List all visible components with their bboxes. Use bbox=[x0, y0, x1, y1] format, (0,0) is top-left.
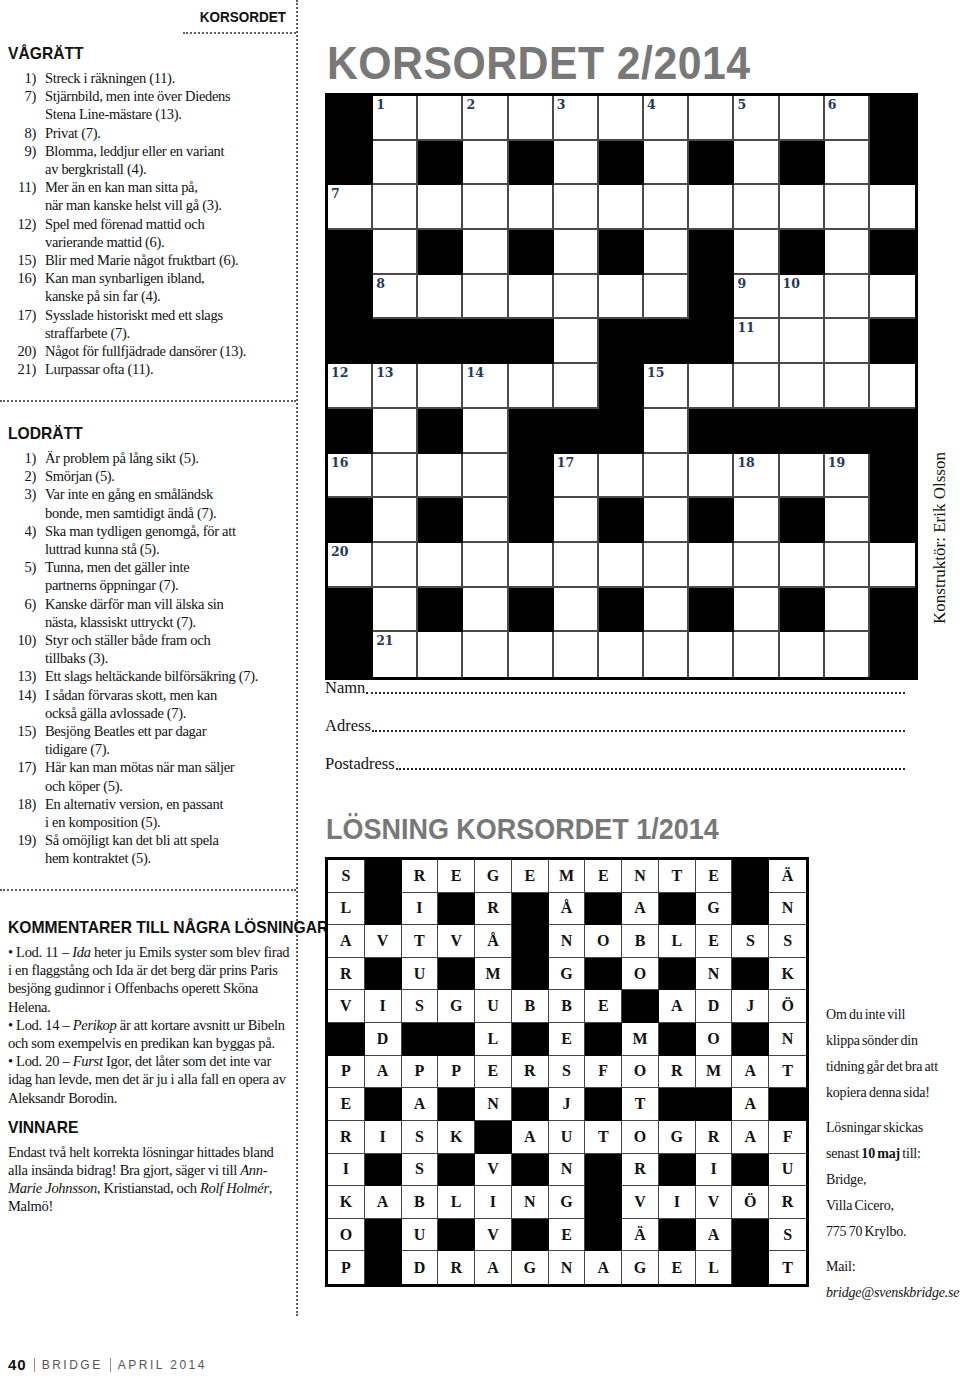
clue-item: 11)Mer än en kan man sitta på,när man ka… bbox=[8, 178, 296, 214]
clue-text: Var inte en gång en småländskbonde, men … bbox=[36, 485, 296, 521]
puzzle-cell[interactable] bbox=[644, 498, 689, 543]
clue-item: 10)Styr och ställer både fram ochtillbak… bbox=[8, 631, 296, 667]
solution-cell: T bbox=[402, 925, 439, 958]
puzzle-cell[interactable] bbox=[825, 543, 870, 588]
puzzle-cell[interactable] bbox=[644, 588, 689, 633]
mailing-instructions: Om du inte villklippa sönder dintidning … bbox=[826, 1002, 960, 1306]
clue-item: 16)Kan man synbarligen ibland,kanske på … bbox=[8, 269, 296, 305]
solution-cell: A bbox=[402, 1088, 439, 1121]
puzzle-cell[interactable] bbox=[463, 275, 508, 320]
footer-divider bbox=[34, 1358, 35, 1372]
block-cell bbox=[689, 141, 734, 186]
block-cell bbox=[689, 275, 734, 320]
puzzle-cell[interactable] bbox=[734, 588, 779, 633]
puzzle-cell[interactable]: 9 bbox=[734, 275, 779, 320]
puzzle-cell[interactable] bbox=[780, 319, 825, 364]
clue-number-label: 18 bbox=[737, 455, 754, 470]
solution-cell: S bbox=[402, 1121, 439, 1154]
puzzle-cell[interactable]: 18 bbox=[734, 454, 779, 499]
address-input-line[interactable] bbox=[372, 730, 905, 732]
block-cell bbox=[402, 1023, 439, 1056]
puzzle-cell[interactable] bbox=[554, 588, 599, 633]
block-cell bbox=[418, 141, 463, 186]
puzzle-cell[interactable]: 15 bbox=[644, 364, 689, 409]
across-heading: VÅGRÄTT bbox=[8, 44, 273, 64]
clue-text: Sysslade historiskt med ett slagsstraffa… bbox=[36, 306, 296, 342]
puzzle-cell[interactable] bbox=[463, 498, 508, 543]
block-cell bbox=[365, 1154, 402, 1187]
solution-cell: V bbox=[622, 1186, 659, 1219]
solution-cell: M bbox=[475, 958, 512, 991]
paragraph: Endast två helt korrekta lösningar hitta… bbox=[8, 1143, 296, 1216]
block-cell bbox=[780, 588, 825, 633]
block-cell bbox=[599, 141, 644, 186]
block-cell bbox=[696, 1088, 733, 1121]
block-cell bbox=[509, 319, 554, 364]
block-cell bbox=[732, 1154, 769, 1187]
puzzle-cell[interactable] bbox=[373, 185, 418, 230]
puzzle-cell[interactable]: 12 bbox=[328, 364, 373, 409]
block-cell bbox=[509, 141, 554, 186]
clue-item: 18)En alternativ version, en passanti en… bbox=[8, 795, 296, 831]
puzzle-cell[interactable] bbox=[463, 185, 508, 230]
clue-number-label: 10 bbox=[783, 276, 800, 291]
block-cell bbox=[554, 409, 599, 454]
puzzle-cell[interactable] bbox=[509, 543, 554, 588]
puzzle-cell[interactable] bbox=[554, 498, 599, 543]
solution-cell: A bbox=[732, 1088, 769, 1121]
block-cell bbox=[585, 958, 622, 991]
clue-text: Kan man synbarligen ibland,kanske på sin… bbox=[36, 269, 296, 305]
solution-cell: L bbox=[328, 893, 365, 926]
block-cell bbox=[328, 275, 373, 320]
solution-cell: A bbox=[328, 925, 365, 958]
puzzle-cell[interactable]: 17 bbox=[554, 454, 599, 499]
mail-note-line: Bridge, bbox=[826, 1167, 960, 1193]
solution-cell: A bbox=[622, 893, 659, 926]
puzzle-cell[interactable] bbox=[825, 319, 870, 364]
postal-field[interactable]: Postadress bbox=[325, 736, 905, 774]
puzzle-cell[interactable] bbox=[373, 141, 418, 186]
puzzle-cell[interactable] bbox=[463, 543, 508, 588]
clue-item: 14)I sådan förvaras skott, men kanockså … bbox=[8, 686, 296, 722]
puzzle-cell[interactable] bbox=[734, 185, 779, 230]
solution-cell: R bbox=[622, 1154, 659, 1187]
puzzle-cell[interactable] bbox=[870, 275, 915, 320]
solution-cell: P bbox=[328, 1056, 365, 1089]
solution-cell: A bbox=[365, 1056, 402, 1089]
clue-number-label: 9 bbox=[737, 276, 746, 291]
clue-item: 5)Tunna, men det gäller intepartnerns öp… bbox=[8, 558, 296, 594]
solution-cell: I bbox=[659, 1186, 696, 1219]
puzzle-cell[interactable]: 2 bbox=[463, 96, 508, 141]
puzzle-cell[interactable] bbox=[418, 543, 463, 588]
block-cell bbox=[870, 454, 915, 499]
solution-cell: B bbox=[402, 1186, 439, 1219]
puzzle-cell[interactable] bbox=[870, 543, 915, 588]
clue-text: Lurpassar ofta (11). bbox=[36, 360, 296, 378]
puzzle-cell[interactable] bbox=[780, 364, 825, 409]
puzzle-cell[interactable] bbox=[463, 409, 508, 454]
solution-cell: J bbox=[732, 990, 769, 1023]
block-cell bbox=[689, 409, 734, 454]
clue-text: Spel med förenad mattid ochvarierande ma… bbox=[36, 215, 296, 251]
solution-cell: Ö bbox=[732, 1186, 769, 1219]
clue-number-label: 16 bbox=[331, 455, 348, 470]
block-cell bbox=[585, 1154, 622, 1187]
puzzle-cell[interactable] bbox=[825, 588, 870, 633]
solution-cell: I bbox=[402, 893, 439, 926]
solution-cell: L bbox=[659, 925, 696, 958]
puzzle-cell[interactable] bbox=[599, 185, 644, 230]
puzzle-cell[interactable] bbox=[780, 454, 825, 499]
puzzle-cell[interactable] bbox=[509, 185, 554, 230]
mail-note-line: kopiera denna sida! bbox=[826, 1080, 960, 1106]
clue-number-label: 20 bbox=[331, 544, 348, 559]
winners-paragraph: Endast två helt korrekta lösningar hitta… bbox=[8, 1143, 296, 1216]
puzzle-cell[interactable]: 13 bbox=[373, 364, 418, 409]
block-cell bbox=[732, 1219, 769, 1252]
comments-heading: KOMMENTARER TILL NÅGRA LÖSNINGAR bbox=[8, 918, 273, 938]
solution-cell: T bbox=[769, 1251, 806, 1284]
puzzle-cell[interactable] bbox=[373, 588, 418, 633]
clue-number: 8) bbox=[8, 124, 36, 142]
postal-input-line[interactable] bbox=[396, 768, 905, 770]
clue-text: Smörjan (5). bbox=[36, 467, 296, 485]
clue-number: 5) bbox=[8, 558, 36, 594]
solution-cell: Ö bbox=[769, 990, 806, 1023]
clue-number-label: 11 bbox=[737, 320, 754, 335]
block-cell bbox=[659, 893, 696, 926]
puzzle-cell[interactable] bbox=[373, 543, 418, 588]
block-cell bbox=[328, 141, 373, 186]
puzzle-cell[interactable]: 5 bbox=[734, 96, 779, 141]
puzzle-cell[interactable] bbox=[734, 498, 779, 543]
clue-item: 4)Ska man tydligen genomgå, för attluttr… bbox=[8, 522, 296, 558]
puzzle-cell[interactable] bbox=[780, 96, 825, 141]
block-cell bbox=[659, 1023, 696, 1056]
solution-cell: A bbox=[659, 990, 696, 1023]
puzzle-cell[interactable] bbox=[825, 364, 870, 409]
clue-number-label: 2 bbox=[466, 97, 475, 112]
solution-cell: E bbox=[549, 1219, 586, 1252]
block-cell bbox=[585, 1219, 622, 1252]
clue-text: En alternativ version, en passanti en ko… bbox=[36, 795, 296, 831]
puzzle-cell[interactable] bbox=[418, 96, 463, 141]
block-cell bbox=[659, 1219, 696, 1252]
solution-cell: M bbox=[696, 1056, 733, 1089]
dotted-rule-mid bbox=[0, 400, 296, 402]
clue-item: 13)Ett slags heltäckande bilförsäkring (… bbox=[8, 667, 296, 685]
puzzle-cell[interactable] bbox=[734, 230, 779, 275]
solution-cell: O bbox=[328, 1219, 365, 1252]
clue-number: 13) bbox=[8, 667, 36, 685]
block-cell bbox=[438, 958, 475, 991]
puzzle-cell[interactable] bbox=[825, 230, 870, 275]
solution-cell: O bbox=[622, 1121, 659, 1154]
puzzle-cell[interactable] bbox=[554, 141, 599, 186]
block-cell bbox=[599, 588, 644, 633]
comments-section: KOMMENTARER TILL NÅGRA LÖSNINGAR • Lod. … bbox=[8, 918, 296, 1216]
solution-cell: E bbox=[438, 860, 475, 893]
puzzle-cell[interactable] bbox=[373, 409, 418, 454]
puzzle-cell[interactable] bbox=[734, 543, 779, 588]
name-label: Namn bbox=[325, 678, 365, 698]
solution-cell: R bbox=[475, 893, 512, 926]
puzzle-cell[interactable] bbox=[554, 543, 599, 588]
puzzle-cell[interactable] bbox=[509, 96, 554, 141]
puzzle-cell[interactable] bbox=[554, 185, 599, 230]
puzzle-cell[interactable] bbox=[554, 319, 599, 364]
block-cell bbox=[365, 958, 402, 991]
block-cell bbox=[438, 1219, 475, 1252]
solution-cell: S bbox=[328, 860, 365, 893]
solution-cell: T bbox=[769, 1056, 806, 1089]
puzzle-cell[interactable] bbox=[689, 364, 734, 409]
clue-number: 4) bbox=[8, 522, 36, 558]
puzzle-cell[interactable]: 3 bbox=[554, 96, 599, 141]
mail-note-line: 775 70 Krylbo. bbox=[826, 1219, 960, 1245]
solution-cell: R bbox=[512, 1056, 549, 1089]
clue-number-label: 7 bbox=[331, 186, 340, 201]
name-field[interactable]: Namn bbox=[325, 660, 905, 698]
solution-cell: N bbox=[512, 1186, 549, 1219]
mail-note-line: Om du inte vill bbox=[826, 1002, 960, 1028]
address-label: Adress bbox=[325, 716, 371, 736]
clue-number: 18) bbox=[8, 795, 36, 831]
block-cell bbox=[509, 454, 554, 499]
name-input-line[interactable] bbox=[366, 692, 905, 694]
across-clues-list: 1)Streck i räkningen (11).7)Stjärnbild, … bbox=[8, 69, 296, 378]
solution-cell: R bbox=[769, 1186, 806, 1219]
solution-cell: U bbox=[402, 1219, 439, 1252]
clue-text: Här kan man mötas när man säljeroch köpe… bbox=[36, 758, 296, 794]
puzzle-cell[interactable]: 11 bbox=[734, 319, 779, 364]
puzzle-cell[interactable] bbox=[463, 141, 508, 186]
clue-item: 17)Här kan man mötas när man säljeroch k… bbox=[8, 758, 296, 794]
puzzle-cell[interactable] bbox=[825, 141, 870, 186]
puzzle-cell[interactable] bbox=[554, 364, 599, 409]
mail-note-line: Mail: bbox=[826, 1254, 960, 1280]
block-cell bbox=[870, 409, 915, 454]
block-cell bbox=[512, 1154, 549, 1187]
puzzle-cell[interactable] bbox=[373, 230, 418, 275]
clue-number: 20) bbox=[8, 342, 36, 360]
solution-cell: N bbox=[769, 893, 806, 926]
block-cell bbox=[365, 860, 402, 893]
clue-text: Blomma, leddjur eller en variantav bergk… bbox=[36, 142, 296, 178]
puzzle-cell[interactable]: 1 bbox=[373, 96, 418, 141]
puzzle-cell[interactable] bbox=[825, 498, 870, 543]
down-clues-section: LODRÄTT 1)Är problem på lång sikt (5).2)… bbox=[8, 424, 296, 868]
puzzle-cell[interactable] bbox=[509, 364, 554, 409]
clue-text: Stjärnbild, men inte över DiedensStena L… bbox=[36, 87, 296, 123]
puzzle-cell[interactable]: 14 bbox=[463, 364, 508, 409]
puzzle-cell[interactable] bbox=[599, 454, 644, 499]
solution-cell: D bbox=[402, 1251, 439, 1284]
solution-cell: G bbox=[696, 893, 733, 926]
clue-number: 6) bbox=[8, 595, 36, 631]
block-cell bbox=[644, 319, 689, 364]
solution-cell: M bbox=[549, 860, 586, 893]
puzzle-cell[interactable] bbox=[780, 543, 825, 588]
block-cell bbox=[585, 893, 622, 926]
block-cell bbox=[328, 96, 373, 141]
clue-number-label: 5 bbox=[737, 97, 746, 112]
puzzle-cell[interactable]: 8 bbox=[373, 275, 418, 320]
puzzle-cell[interactable]: 6 bbox=[825, 96, 870, 141]
mail-note-line: senast 10 maj till: bbox=[826, 1141, 960, 1167]
clue-number: 21) bbox=[8, 360, 36, 378]
block-cell bbox=[418, 230, 463, 275]
solution-cell: D bbox=[365, 1023, 402, 1056]
block-cell bbox=[585, 1088, 622, 1121]
puzzle-cell[interactable] bbox=[463, 588, 508, 633]
puzzle-cell[interactable] bbox=[373, 454, 418, 499]
block-cell bbox=[870, 498, 915, 543]
dotted-column-divider bbox=[296, 0, 298, 1316]
solution-cell: E bbox=[696, 860, 733, 893]
clue-text: Streck i räkningen (11). bbox=[36, 69, 296, 87]
block-cell bbox=[585, 1023, 622, 1056]
solution-cell: L bbox=[696, 1251, 733, 1284]
puzzle-cell[interactable] bbox=[644, 141, 689, 186]
puzzle-cell[interactable] bbox=[644, 275, 689, 320]
puzzle-cell[interactable] bbox=[689, 543, 734, 588]
puzzle-cell[interactable] bbox=[825, 275, 870, 320]
puzzle-cell[interactable] bbox=[644, 185, 689, 230]
block-cell bbox=[689, 319, 734, 364]
solution-cell: Å bbox=[475, 925, 512, 958]
clue-item: 9)Blomma, leddjur eller en variantav ber… bbox=[8, 142, 296, 178]
puzzle-cell[interactable] bbox=[599, 543, 644, 588]
solution-cell: N bbox=[549, 1154, 586, 1187]
solution-cell: G bbox=[622, 1251, 659, 1284]
solution-cell: G bbox=[475, 860, 512, 893]
solution-cell: R bbox=[696, 1121, 733, 1154]
block-cell bbox=[512, 1023, 549, 1056]
address-field[interactable]: Adress bbox=[325, 698, 905, 736]
puzzle-cell[interactable] bbox=[689, 454, 734, 499]
clue-number: 17) bbox=[8, 758, 36, 794]
puzzle-cell[interactable] bbox=[644, 543, 689, 588]
page-number: 40 bbox=[8, 1356, 27, 1373]
puzzle-cell[interactable] bbox=[870, 185, 915, 230]
puzzle-cell[interactable]: 16 bbox=[328, 454, 373, 499]
puzzle-cell[interactable] bbox=[644, 454, 689, 499]
puzzle-cell[interactable] bbox=[373, 498, 418, 543]
solution-cell: E bbox=[549, 1023, 586, 1056]
block-cell bbox=[732, 958, 769, 991]
puzzle-cell[interactable] bbox=[463, 454, 508, 499]
puzzle-cell[interactable] bbox=[825, 185, 870, 230]
puzzle-cell[interactable]: 19 bbox=[825, 454, 870, 499]
puzzle-cell[interactable] bbox=[418, 185, 463, 230]
winners-heading: VINNARE bbox=[8, 1118, 273, 1138]
solution-cell: G bbox=[659, 1121, 696, 1154]
clue-number-label: 21 bbox=[376, 633, 393, 648]
block-cell bbox=[418, 319, 463, 364]
clue-item: 20)Något för fullfjädrade dansörer (13). bbox=[8, 342, 296, 360]
puzzle-cell[interactable] bbox=[463, 230, 508, 275]
puzzle-cell[interactable] bbox=[418, 454, 463, 499]
puzzle-cell[interactable]: 20 bbox=[328, 543, 373, 588]
clue-number: 3) bbox=[8, 485, 36, 521]
clue-text: Blir med Marie något fruktbart (6). bbox=[36, 251, 296, 269]
solution-cell: O bbox=[622, 958, 659, 991]
block-cell bbox=[328, 588, 373, 633]
block-cell bbox=[689, 498, 734, 543]
solution-cell: A bbox=[475, 1251, 512, 1284]
puzzle-cell[interactable] bbox=[644, 230, 689, 275]
puzzle-cell[interactable] bbox=[599, 275, 644, 320]
block-cell bbox=[438, 1088, 475, 1121]
solution-cell: U bbox=[475, 990, 512, 1023]
block-cell bbox=[659, 1154, 696, 1187]
solution-cell: N bbox=[696, 958, 733, 991]
puzzle-cell[interactable] bbox=[689, 96, 734, 141]
puzzle-cell[interactable]: 7 bbox=[328, 185, 373, 230]
block-cell bbox=[509, 588, 554, 633]
puzzle-cell[interactable] bbox=[418, 364, 463, 409]
clue-number-label: 4 bbox=[647, 97, 656, 112]
solution-cell: O bbox=[696, 1023, 733, 1056]
puzzle-cell[interactable] bbox=[644, 409, 689, 454]
solution-cell: A bbox=[696, 1219, 733, 1252]
puzzle-cell[interactable] bbox=[870, 364, 915, 409]
puzzle-cell[interactable]: 4 bbox=[644, 96, 689, 141]
block-cell bbox=[328, 230, 373, 275]
solution-cell: P bbox=[402, 1056, 439, 1089]
clue-number-label: 8 bbox=[376, 276, 385, 291]
block-cell bbox=[780, 409, 825, 454]
puzzle-cell[interactable] bbox=[734, 141, 779, 186]
solution-cell: Å bbox=[549, 893, 586, 926]
block-cell bbox=[599, 364, 644, 409]
solution-cell: B bbox=[622, 925, 659, 958]
clue-text: Privat (7). bbox=[36, 124, 296, 142]
block-cell bbox=[870, 319, 915, 364]
block-cell bbox=[780, 498, 825, 543]
clue-item: 2)Smörjan (5). bbox=[8, 467, 296, 485]
puzzle-cell[interactable] bbox=[554, 275, 599, 320]
clue-text: Besjöng Beatles ett par dagartidigare (7… bbox=[36, 722, 296, 758]
mail-note-line: Villa Cicero, bbox=[826, 1193, 960, 1219]
solution-cell: E bbox=[696, 925, 733, 958]
block-cell bbox=[732, 1251, 769, 1284]
solution-cell: M bbox=[622, 1023, 659, 1056]
puzzle-cell[interactable] bbox=[599, 96, 644, 141]
puzzle-cell[interactable]: 10 bbox=[780, 275, 825, 320]
block-cell bbox=[689, 588, 734, 633]
solution-cell: K bbox=[438, 1121, 475, 1154]
block-cell bbox=[599, 319, 644, 364]
clue-text: Kanske därför man vill älska sinnästa, k… bbox=[36, 595, 296, 631]
clue-text: Mer än en kan man sitta på,när man kansk… bbox=[36, 178, 296, 214]
puzzle-cell[interactable] bbox=[554, 230, 599, 275]
page-footer: 40 BRIDGE APRIL 2014 bbox=[8, 1356, 207, 1373]
solution-cell: A bbox=[365, 1186, 402, 1219]
solution-cell: S bbox=[402, 990, 439, 1023]
block-cell bbox=[732, 893, 769, 926]
puzzle-cell[interactable] bbox=[734, 364, 779, 409]
puzzle-cell[interactable] bbox=[509, 275, 554, 320]
solution-cell: U bbox=[769, 1154, 806, 1187]
clue-number: 7) bbox=[8, 87, 36, 123]
puzzle-cell[interactable] bbox=[780, 185, 825, 230]
puzzle-cell[interactable] bbox=[418, 275, 463, 320]
puzzle-cell[interactable] bbox=[689, 185, 734, 230]
